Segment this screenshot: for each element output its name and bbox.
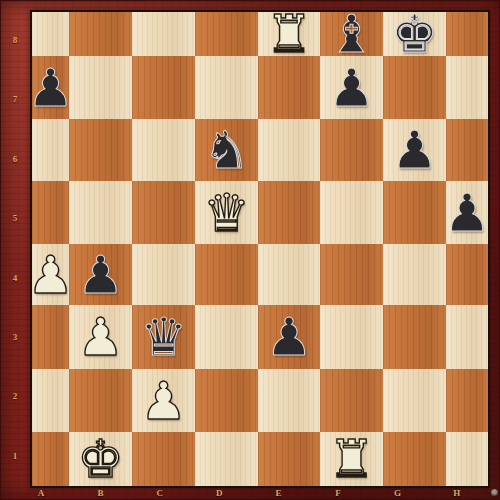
rank-label-1: 1	[13, 451, 18, 460]
file-label-e: E	[276, 489, 282, 498]
black-king-g8[interactable]: ♚	[391, 8, 438, 60]
square-d7[interactable]	[195, 56, 258, 119]
square-f7[interactable]: ♟	[320, 56, 383, 119]
black-knight-d6[interactable]: ♞	[203, 124, 250, 176]
black-bishop-f8[interactable]: ♝	[328, 8, 375, 60]
square-e2[interactable]	[258, 369, 320, 432]
square-a7[interactable]: ♟	[32, 56, 69, 119]
file-label-f: F	[335, 489, 341, 498]
square-g3[interactable]	[383, 305, 446, 369]
square-g6[interactable]: ♟	[383, 119, 446, 181]
white-queen-d5[interactable]: ♛	[203, 187, 250, 239]
square-f8[interactable]: ♝	[320, 12, 383, 56]
file-label-g: G	[394, 489, 401, 498]
square-h4[interactable]	[446, 244, 488, 305]
square-e6[interactable]	[258, 119, 320, 181]
square-a1[interactable]	[32, 432, 69, 486]
square-b7[interactable]	[69, 56, 132, 119]
white-pawn-c2[interactable]: ♟	[140, 375, 187, 427]
square-f6[interactable]	[320, 119, 383, 181]
corner-dot	[491, 489, 498, 496]
rank-label-3: 3	[13, 333, 18, 342]
square-e7[interactable]	[258, 56, 320, 119]
square-a3[interactable]	[32, 305, 69, 369]
chessboard-widget: ♜♝♚♟♟♞♟♛♟♟♟♟♛♟♟♚♜ 87654321ABCDEFGH	[0, 0, 500, 500]
square-a2[interactable]	[32, 369, 69, 432]
white-pawn-a4[interactable]: ♟	[27, 249, 74, 301]
square-e4[interactable]	[258, 244, 320, 305]
square-b6[interactable]	[69, 119, 132, 181]
square-d5[interactable]: ♛	[195, 181, 258, 244]
square-d2[interactable]	[195, 369, 258, 432]
rank-label-7: 7	[13, 95, 18, 104]
white-king-b1[interactable]: ♚	[77, 433, 124, 485]
square-g2[interactable]	[383, 369, 446, 432]
black-queen-c3[interactable]: ♛	[140, 311, 187, 363]
square-c1[interactable]	[132, 432, 195, 486]
square-a8[interactable]	[32, 12, 69, 56]
square-b2[interactable]	[69, 369, 132, 432]
square-h5[interactable]: ♟	[446, 181, 488, 244]
square-f3[interactable]	[320, 305, 383, 369]
square-g1[interactable]	[383, 432, 446, 486]
square-b8[interactable]	[69, 12, 132, 56]
square-e8[interactable]: ♜	[258, 12, 320, 56]
square-c4[interactable]	[132, 244, 195, 305]
square-c5[interactable]	[132, 181, 195, 244]
square-a5[interactable]	[32, 181, 69, 244]
rank-label-8: 8	[13, 36, 18, 45]
rank-label-2: 2	[13, 392, 18, 401]
square-a4[interactable]: ♟	[32, 244, 69, 305]
square-b5[interactable]	[69, 181, 132, 244]
white-rook-f1[interactable]: ♜	[328, 433, 375, 485]
square-b1[interactable]: ♚	[69, 432, 132, 486]
square-h1[interactable]	[446, 432, 488, 486]
black-pawn-h5[interactable]: ♟	[444, 187, 491, 239]
chess-board[interactable]: ♜♝♚♟♟♞♟♛♟♟♟♟♛♟♟♚♜	[30, 10, 490, 488]
square-e5[interactable]	[258, 181, 320, 244]
black-pawn-a7[interactable]: ♟	[27, 62, 74, 114]
black-pawn-e3[interactable]: ♟	[266, 311, 313, 363]
black-pawn-b4[interactable]: ♟	[77, 249, 124, 301]
rank-label-4: 4	[13, 273, 18, 282]
square-d6[interactable]: ♞	[195, 119, 258, 181]
square-e3[interactable]: ♟	[258, 305, 320, 369]
square-b4[interactable]: ♟	[69, 244, 132, 305]
file-label-c: C	[157, 489, 164, 498]
square-d4[interactable]	[195, 244, 258, 305]
white-pawn-b3[interactable]: ♟	[77, 311, 124, 363]
file-label-b: B	[97, 489, 103, 498]
square-d3[interactable]	[195, 305, 258, 369]
square-b3[interactable]: ♟	[69, 305, 132, 369]
square-f1[interactable]: ♜	[320, 432, 383, 486]
black-pawn-f7[interactable]: ♟	[328, 62, 375, 114]
square-c3[interactable]: ♛	[132, 305, 195, 369]
square-a6[interactable]	[32, 119, 69, 181]
square-h3[interactable]	[446, 305, 488, 369]
square-g4[interactable]	[383, 244, 446, 305]
square-h2[interactable]	[446, 369, 488, 432]
file-label-h: H	[453, 489, 460, 498]
rank-label-6: 6	[13, 154, 18, 163]
square-h7[interactable]	[446, 56, 488, 119]
rank-label-5: 5	[13, 214, 18, 223]
square-h6[interactable]	[446, 119, 488, 181]
square-f2[interactable]	[320, 369, 383, 432]
square-c6[interactable]	[132, 119, 195, 181]
file-label-d: D	[216, 489, 223, 498]
white-rook-e8[interactable]: ♜	[266, 8, 313, 60]
square-d8[interactable]	[195, 12, 258, 56]
square-g5[interactable]	[383, 181, 446, 244]
square-c8[interactable]	[132, 12, 195, 56]
square-g8[interactable]: ♚	[383, 12, 446, 56]
square-f4[interactable]	[320, 244, 383, 305]
square-e1[interactable]	[258, 432, 320, 486]
file-label-a: A	[38, 489, 45, 498]
square-d1[interactable]	[195, 432, 258, 486]
square-g7[interactable]	[383, 56, 446, 119]
black-pawn-g6[interactable]: ♟	[391, 124, 438, 176]
square-c7[interactable]	[132, 56, 195, 119]
square-c2[interactable]: ♟	[132, 369, 195, 432]
square-h8[interactable]	[446, 12, 488, 56]
square-f5[interactable]	[320, 181, 383, 244]
